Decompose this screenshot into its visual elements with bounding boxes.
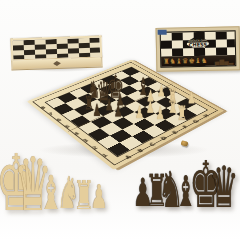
file-label-a: A — [123, 154, 132, 160]
folded-board-checker-top — [11, 35, 103, 60]
dark-bishop-piece[interactable]: ♝ — [137, 75, 145, 98]
rank-label-1: 1 — [100, 153, 109, 159]
rank-label-6: 6 — [55, 118, 63, 123]
dark-king-display-piece: ♚ — [189, 153, 222, 217]
file-label-e: E — [170, 129, 178, 134]
light-queen-display-piece: ♛ — [14, 147, 52, 221]
file-label-c: C — [147, 141, 156, 147]
brass-clasp — [180, 140, 188, 147]
board-frame: ♞♜♛♚♟♟♟♝♟♟♟♟♟♜♟♝♟♜ ABCDEFGH 87654321 — [27, 60, 224, 170]
light-pawn-piece[interactable]: ♟ — [157, 84, 165, 100]
dark-pawn-piece[interactable]: ♟ — [104, 97, 113, 113]
light-knight-display-piece: ♞ — [57, 171, 80, 215]
rank-label-4: 4 — [72, 131, 80, 136]
box-checker-face: WOODEN GAME CHESS ♜♞♝♛♚♝♞ ▄▆▄▂ — [160, 30, 237, 68]
light-king-display-piece: ♚ — [0, 144, 36, 222]
dark-bishop-display-piece: ♝ — [175, 171, 197, 213]
dark-pawn-piece[interactable]: ♟ — [113, 103, 122, 120]
box-corner-tag — [158, 30, 167, 35]
dark-rook-display-piece: ♜ — [146, 169, 169, 213]
rank-label-5: 5 — [63, 124, 71, 129]
light-pawn-display-piece: ♟ — [90, 180, 107, 213]
chess-board: ♞♜♛♚♟♟♟♝♟♟♟♟♟♜♟♝♟♜ ABCDEFGH 87654321 — [27, 60, 224, 170]
logo-stamp-icon — [53, 61, 61, 66]
light-rook-display-piece: ♜ — [74, 175, 95, 215]
box-piece-silhouettes: ♜♞♝♛♚♝♞ — [161, 57, 207, 67]
file-label-f: F — [180, 124, 188, 129]
dark-pawn-piece[interactable]: ♟ — [93, 102, 102, 119]
file-label-b: B — [135, 147, 144, 153]
rank-label-7: 7 — [47, 111, 55, 116]
folded-chess-board — [11, 35, 103, 68]
light-pawn-piece[interactable]: ♟ — [146, 99, 155, 115]
dark-pawn-display-piece: ♟ — [133, 173, 153, 212]
light-rook-piece[interactable]: ♜ — [177, 103, 186, 123]
dark-rook-piece[interactable]: ♜ — [84, 93, 93, 112]
folded-board-front-edge — [11, 57, 102, 70]
product-photo: WOODEN GAME CHESS ♜♞♝♛♚♝♞ ▄▆▄▂ ♞♜♛♚♟♟♟♝♟… — [0, 0, 240, 240]
file-label-g: G — [191, 118, 200, 123]
light-pawn-piece[interactable]: ♟ — [134, 104, 143, 121]
rank-label-3: 3 — [81, 138, 89, 143]
light-bishop-piece[interactable]: ♝ — [166, 92, 175, 117]
rank-label-8: 8 — [39, 105, 46, 109]
light-pawn-piece[interactable]: ♟ — [156, 105, 165, 122]
file-label-d: D — [158, 135, 167, 141]
light-bishop-display-piece: ♝ — [39, 169, 63, 216]
box-logo: WOODEN GAME CHESS — [184, 35, 212, 51]
packaging-box: WOODEN GAME CHESS ♜♞♝♛♚♝♞ ▄▆▄▂ — [156, 26, 240, 72]
dark-queen-display-piece: ♛ — [209, 159, 239, 216]
file-label-h: H — [201, 113, 210, 118]
light-pawn-piece[interactable]: ♟ — [187, 90, 196, 106]
box-skyline-icon: ▄▆▄▂ — [215, 57, 236, 65]
box-bottom-strip: ♜♞♝♛♚♝♞ ▄▆▄▂ — [161, 55, 235, 67]
box-logo-main-text: CHESS — [187, 42, 209, 47]
dark-knight-display-piece: ♞ — [158, 165, 184, 215]
rank-label-2: 2 — [90, 145, 99, 151]
